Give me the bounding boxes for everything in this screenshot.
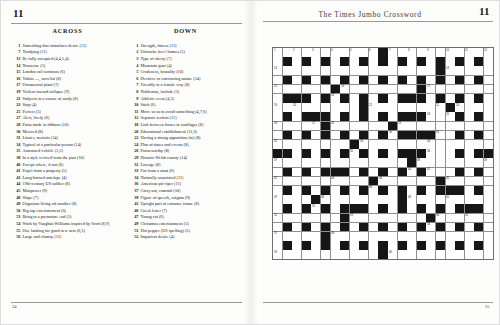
white-cell xyxy=(283,122,292,131)
white-cell xyxy=(484,250,493,259)
cell-number: 1 xyxy=(274,48,276,51)
white-cell xyxy=(484,168,493,177)
white-cell: 33 xyxy=(359,140,368,149)
clue-text: Fur from a stoat (6) xyxy=(141,167,240,174)
white-cell xyxy=(398,103,407,112)
white-cell xyxy=(484,131,493,140)
black-cell xyxy=(398,195,407,204)
white-cell: 13 xyxy=(273,66,282,75)
white-cell xyxy=(350,250,359,259)
cell-number: 56 xyxy=(427,222,430,225)
across-clue-44: 4419th-century US soldier (8) xyxy=(14,181,121,188)
white-cell xyxy=(398,85,407,94)
white-cell xyxy=(388,241,397,250)
black-cell xyxy=(474,57,483,66)
across-clue-38: 38In a style revived from the past (10) xyxy=(14,154,121,161)
black-cell xyxy=(407,94,416,103)
white-cell xyxy=(350,76,359,85)
white-cell: 52 xyxy=(273,214,282,223)
white-cell: 41 xyxy=(426,168,435,177)
white-cell xyxy=(407,140,416,149)
cell-number: 49 xyxy=(408,195,411,198)
white-cell xyxy=(292,186,301,195)
cell-number: 29 xyxy=(398,121,401,124)
down-clue-39: 39Figure of speech, enigma (9) xyxy=(132,194,239,201)
cell-number: 22 xyxy=(436,103,439,106)
black-cell xyxy=(302,112,311,121)
clue-number: 19 xyxy=(14,88,23,95)
clue-text: Stop (4) xyxy=(23,101,122,108)
black-cell xyxy=(321,122,330,131)
black-cell xyxy=(340,57,349,66)
black-cell xyxy=(398,168,407,177)
white-cell: 50 xyxy=(446,195,455,204)
white-cell xyxy=(426,122,435,131)
black-cell xyxy=(321,241,330,250)
white-cell xyxy=(388,149,397,158)
white-cell: 17 xyxy=(426,85,435,94)
white-cell: 34 xyxy=(426,140,435,149)
black-cell xyxy=(417,204,426,213)
white-cell xyxy=(331,214,340,223)
white-cell: 40 xyxy=(407,168,416,177)
black-cell xyxy=(331,168,340,177)
cell-number: 52 xyxy=(274,213,277,216)
white-cell xyxy=(484,195,493,204)
white-cell xyxy=(311,131,320,140)
down-clue-10: 10Stick (6) xyxy=(132,101,239,108)
white-cell xyxy=(436,85,445,94)
white-cell xyxy=(407,241,416,250)
white-cell xyxy=(331,103,340,112)
white-cell xyxy=(331,76,340,85)
left-page-number: 24 xyxy=(12,304,17,309)
white-cell xyxy=(302,250,311,259)
white-cell xyxy=(465,85,474,94)
white-cell xyxy=(426,195,435,204)
white-cell xyxy=(331,195,340,204)
across-clue-7: 7Toadying (11) xyxy=(14,49,121,56)
cell-number: 50 xyxy=(446,195,449,198)
black-cell xyxy=(417,186,426,195)
clue-number: 2 xyxy=(132,49,141,56)
white-cell: 45 xyxy=(446,177,455,186)
white-cell xyxy=(302,140,311,149)
cell-number: 59 xyxy=(274,250,277,253)
white-cell xyxy=(417,140,426,149)
white-cell: 47 xyxy=(273,195,282,204)
clue-number: 29 xyxy=(132,154,141,161)
white-cell xyxy=(331,149,340,158)
white-cell: 53 xyxy=(350,214,359,223)
black-cell xyxy=(283,94,292,103)
black-cell xyxy=(474,112,483,121)
white-cell xyxy=(465,168,474,177)
down-clue-36: 36American pit viper (11) xyxy=(132,181,239,188)
white-cell xyxy=(340,195,349,204)
black-cell xyxy=(398,149,407,158)
white-cell: 9 xyxy=(426,48,435,57)
cell-number: 3 xyxy=(312,48,314,51)
white-cell xyxy=(369,122,378,131)
white-cell xyxy=(350,223,359,232)
white-cell xyxy=(369,131,378,140)
black-cell xyxy=(417,76,426,85)
black-cell xyxy=(340,94,349,103)
cell-number: 24 xyxy=(427,112,430,115)
white-cell xyxy=(283,195,292,204)
white-cell xyxy=(378,66,387,75)
white-cell: 28 xyxy=(331,122,340,131)
across-clues-column: ACROSS 1Something that stimulates desire… xyxy=(14,27,121,240)
white-cell: 21 xyxy=(369,103,378,112)
white-cell xyxy=(340,250,349,259)
black-cell xyxy=(302,57,311,66)
white-cell xyxy=(369,223,378,232)
crossword-grid: 1234567891011121314151617181920212223242… xyxy=(272,47,494,260)
black-cell xyxy=(455,131,464,140)
right-page-number: 25 xyxy=(485,304,490,309)
white-cell xyxy=(398,48,407,57)
black-cell xyxy=(302,241,311,250)
clue-number: 23 xyxy=(14,101,23,108)
white-cell xyxy=(388,168,397,177)
black-cell xyxy=(340,241,349,250)
white-cell xyxy=(417,214,426,223)
cell-number: 28 xyxy=(331,121,334,124)
white-cell xyxy=(417,66,426,75)
white-cell xyxy=(369,204,378,213)
white-cell xyxy=(417,177,426,186)
clue-number: 16 xyxy=(14,75,23,82)
white-cell: 58 xyxy=(331,232,340,241)
black-cell xyxy=(474,241,483,250)
cell-number: 33 xyxy=(360,139,363,142)
white-cell xyxy=(369,66,378,75)
black-cell xyxy=(436,177,445,186)
white-cell xyxy=(369,149,378,158)
black-cell xyxy=(378,149,387,158)
white-cell xyxy=(311,57,320,66)
black-cell xyxy=(398,241,407,250)
cell-number: 44 xyxy=(379,176,382,179)
white-cell xyxy=(417,232,426,241)
clue-text: Greek letter (7) xyxy=(141,207,240,214)
white-cell xyxy=(378,140,387,149)
cell-number: 37 xyxy=(274,158,277,161)
white-cell xyxy=(340,66,349,75)
white-cell xyxy=(378,232,387,241)
black-cell xyxy=(378,250,387,259)
across-clue-23: 23Stop (4) xyxy=(14,101,121,108)
black-cell xyxy=(417,85,426,94)
across-clue-16: 16Tobias —, novelist (8) xyxy=(14,75,121,82)
white-cell xyxy=(426,94,435,103)
down-clue-8: 8Nobleman, include (5) xyxy=(132,88,239,95)
cell-number: 6 xyxy=(369,48,371,51)
white-cell xyxy=(283,177,292,186)
white-cell xyxy=(369,94,378,103)
white-cell: 57 xyxy=(273,232,282,241)
white-cell xyxy=(369,195,378,204)
black-cell xyxy=(446,186,455,195)
cell-number: 36 xyxy=(427,149,430,152)
black-cell xyxy=(455,204,464,213)
clue-number: 52 xyxy=(132,233,141,240)
black-cell xyxy=(340,149,349,158)
white-cell xyxy=(455,140,464,149)
black-cell xyxy=(321,204,330,213)
white-cell xyxy=(484,122,493,131)
black-cell xyxy=(321,223,330,232)
white-cell xyxy=(321,177,330,186)
white-cell xyxy=(311,186,320,195)
white-cell xyxy=(426,204,435,213)
white-cell: 11 xyxy=(465,48,474,57)
black-cell xyxy=(474,223,483,232)
clue-number: 8 xyxy=(132,88,141,95)
white-cell xyxy=(302,122,311,131)
white-cell xyxy=(474,103,483,112)
clue-number: 49 xyxy=(132,220,141,227)
clue-number: 24 xyxy=(132,141,141,148)
black-cell xyxy=(321,57,330,66)
white-cell xyxy=(283,66,292,75)
black-cell xyxy=(398,76,407,85)
clue-number: 36 xyxy=(132,181,141,188)
down-clue-52: 52Impatient desire (4) xyxy=(132,233,239,240)
cell-number: 15 xyxy=(274,84,277,87)
white-cell xyxy=(283,103,292,112)
clue-text: Decisive or convincing nature (14) xyxy=(141,75,240,82)
white-cell xyxy=(388,195,397,204)
clue-text: Expel from a property (5) xyxy=(23,167,122,174)
white-cell xyxy=(331,57,340,66)
cell-number: 32 xyxy=(274,139,277,142)
black-cell xyxy=(359,186,368,195)
white-cell xyxy=(407,85,416,94)
white-cell xyxy=(359,214,368,223)
cell-number: 10 xyxy=(446,48,449,51)
white-cell: 35 xyxy=(350,149,359,158)
white-cell xyxy=(465,186,474,195)
black-cell xyxy=(321,131,330,140)
white-cell xyxy=(350,112,359,121)
white-cell xyxy=(273,94,282,103)
white-cell xyxy=(311,66,320,75)
across-clue-list: 1Something that stimulates desire (11)7T… xyxy=(14,42,121,240)
white-cell xyxy=(474,122,483,131)
black-cell xyxy=(283,186,292,195)
clue-text: Nonsense (5) xyxy=(23,62,122,69)
white-cell xyxy=(436,232,445,241)
black-cell xyxy=(283,131,292,140)
white-cell: 6 xyxy=(369,48,378,57)
across-clue-27: 27Alert, lively (6) xyxy=(14,115,121,122)
white-cell xyxy=(407,204,416,213)
white-cell xyxy=(388,66,397,75)
black-cell xyxy=(484,149,493,158)
clue-text: Toadying (11) xyxy=(23,49,122,56)
clue-number: 38 xyxy=(14,154,23,161)
black-cell xyxy=(321,112,330,121)
cell-number: 27 xyxy=(312,121,315,124)
cell-number: 35 xyxy=(350,149,353,152)
white-cell xyxy=(311,158,320,167)
black-cell xyxy=(474,149,483,158)
white-cell xyxy=(292,204,301,213)
white-cell xyxy=(331,204,340,213)
black-cell xyxy=(359,149,368,158)
cell-number: 60 xyxy=(389,250,392,253)
black-cell xyxy=(455,223,464,232)
right-header-rule xyxy=(263,21,493,22)
cell-number: 39 xyxy=(484,158,487,161)
black-cell xyxy=(474,186,483,195)
black-cell xyxy=(398,112,407,121)
black-cell xyxy=(302,186,311,195)
white-cell xyxy=(331,131,340,140)
cell-number: 34 xyxy=(427,139,430,142)
down-clue-list: 1Strength, fitness (11)2Urticaria; bees'… xyxy=(132,42,239,240)
white-cell xyxy=(292,232,301,241)
black-cell xyxy=(417,94,426,103)
white-cell xyxy=(292,223,301,232)
black-cell xyxy=(302,94,311,103)
white-cell xyxy=(311,250,320,259)
clue-text: Work by Vaughan Williams inspired by Sco… xyxy=(23,220,122,227)
white-cell xyxy=(436,140,445,149)
black-cell xyxy=(417,57,426,66)
cell-number: 18 xyxy=(331,93,334,96)
down-clue-12: 12Separate section (11) xyxy=(132,115,239,122)
white-cell xyxy=(331,112,340,121)
cell-number: 16 xyxy=(341,84,344,87)
clue-number: 6 xyxy=(132,75,141,82)
white-cell xyxy=(311,103,320,112)
clue-text: 19th-century US soldier (8) xyxy=(23,181,122,188)
white-cell xyxy=(273,204,282,213)
black-cell xyxy=(340,204,349,213)
white-cell xyxy=(369,76,378,85)
clue-text: Stick (6) xyxy=(141,101,240,108)
clue-number: 20 xyxy=(132,128,141,135)
white-cell xyxy=(369,140,378,149)
white-cell xyxy=(321,158,330,167)
black-cell xyxy=(340,186,349,195)
white-cell xyxy=(484,85,493,94)
white-cell xyxy=(340,103,349,112)
clue-text: Big top entertainment (6) xyxy=(23,207,122,214)
white-cell: 16 xyxy=(340,85,349,94)
white-cell xyxy=(465,223,474,232)
black-cell xyxy=(417,131,426,140)
white-cell xyxy=(436,48,445,57)
white-cell xyxy=(350,177,359,186)
clue-number: 46 xyxy=(132,207,141,214)
cell-number: 8 xyxy=(408,48,410,51)
white-cell xyxy=(426,158,435,167)
white-cell xyxy=(311,76,320,85)
white-cell xyxy=(331,66,340,75)
white-cell xyxy=(426,186,435,195)
white-cell xyxy=(398,250,407,259)
down-clue-6: 6Decisive or convincing nature (14) xyxy=(132,75,239,82)
white-cell xyxy=(292,131,301,140)
white-cell: 43 xyxy=(331,177,340,186)
black-cell xyxy=(321,94,330,103)
white-cell xyxy=(359,122,368,131)
clue-text: Christmas entertainment (5) xyxy=(141,220,240,227)
clue-number: 48 xyxy=(14,194,23,201)
white-cell xyxy=(302,85,311,94)
black-cell xyxy=(378,241,387,250)
white-cell xyxy=(359,85,368,94)
cell-number: 48 xyxy=(321,195,324,198)
down-clue-29: 29Historic Welsh county (14) xyxy=(132,154,239,161)
white-cell xyxy=(311,241,320,250)
black-cell xyxy=(283,76,292,85)
black-cell xyxy=(321,149,330,158)
white-cell xyxy=(436,158,445,167)
white-cell xyxy=(398,158,407,167)
black-cell xyxy=(340,223,349,232)
white-cell xyxy=(484,204,493,213)
white-cell xyxy=(359,177,368,186)
white-cell xyxy=(407,250,416,259)
white-cell xyxy=(273,57,282,66)
black-cell xyxy=(417,223,426,232)
white-cell xyxy=(446,85,455,94)
book-spread: 11 ACROSS 1Something that stimulates des… xyxy=(0,0,500,325)
down-clue-33: 33Fur from a stoat (6) xyxy=(132,167,239,174)
black-cell xyxy=(378,57,387,66)
white-cell xyxy=(484,57,493,66)
white-cell: 44 xyxy=(378,177,387,186)
white-cell xyxy=(426,57,435,66)
clue-number: 33 xyxy=(132,167,141,174)
white-cell xyxy=(283,158,292,167)
white-cell xyxy=(446,232,455,241)
black-cell xyxy=(378,223,387,232)
white-cell xyxy=(484,66,493,75)
white-cell: 30 xyxy=(388,131,397,140)
white-cell xyxy=(465,250,474,259)
white-cell xyxy=(369,168,378,177)
black-cell xyxy=(302,168,311,177)
black-cell xyxy=(283,57,292,66)
clue-text: Nobleman, include (5) xyxy=(141,88,240,95)
white-cell xyxy=(359,48,368,57)
white-cell: 55 xyxy=(465,214,474,223)
white-cell xyxy=(398,214,407,223)
white-cell xyxy=(292,76,301,85)
white-cell xyxy=(484,223,493,232)
black-cell xyxy=(436,223,445,232)
white-cell xyxy=(426,66,435,75)
white-cell xyxy=(417,103,426,112)
white-cell: 51 xyxy=(311,204,320,213)
cell-number: 30 xyxy=(389,130,392,133)
cell-number: 46 xyxy=(369,185,372,188)
black-cell xyxy=(359,103,368,112)
down-clue-46: 46Greek letter (7) xyxy=(132,207,239,214)
white-cell xyxy=(369,158,378,167)
white-cell xyxy=(446,168,455,177)
black-cell xyxy=(359,168,368,177)
white-cell xyxy=(292,122,301,131)
white-cell xyxy=(484,177,493,186)
